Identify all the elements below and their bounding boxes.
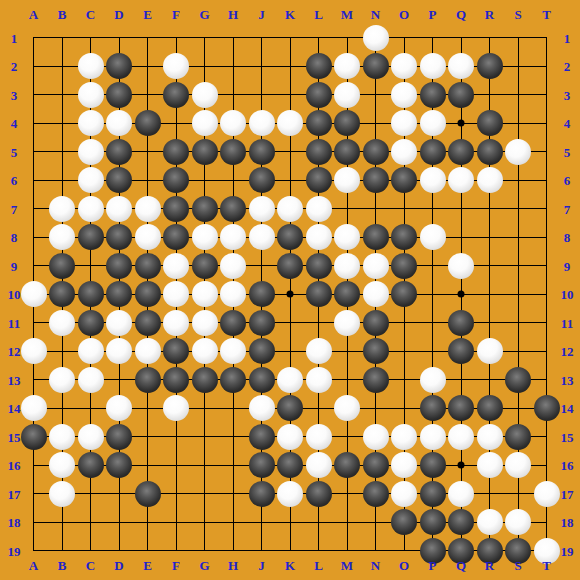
stone-black[interactable] (163, 367, 189, 393)
stone-black[interactable] (78, 452, 104, 478)
stone-black[interactable] (135, 481, 161, 507)
stone-black[interactable] (363, 224, 389, 250)
stone-white[interactable] (334, 82, 360, 108)
coord-label-bottom: S (514, 559, 521, 572)
coord-label-left: 5 (11, 145, 18, 158)
stone-white[interactable] (106, 395, 132, 421)
coord-label-left: 11 (8, 316, 20, 329)
stone-white[interactable] (192, 281, 218, 307)
coord-label-left: 15 (8, 430, 21, 443)
coord-label-top: C (86, 8, 95, 21)
coord-label-bottom: H (228, 559, 238, 572)
stone-white[interactable] (334, 310, 360, 336)
coord-label-right: 3 (564, 88, 571, 101)
stone-black[interactable] (391, 253, 417, 279)
coord-label-bottom: P (429, 559, 437, 572)
stone-white[interactable] (420, 110, 446, 136)
coord-label-bottom: N (371, 559, 380, 572)
stone-white[interactable] (220, 224, 246, 250)
go-board[interactable]: AABBCCDDEEFFGGHHJJKKLLMMNNOOPPQQRRSSTT11… (0, 0, 580, 580)
coord-label-bottom: J (258, 559, 265, 572)
stone-white[interactable] (505, 452, 531, 478)
coord-label-right: 19 (561, 544, 574, 557)
stone-black[interactable] (163, 224, 189, 250)
stone-black[interactable] (448, 82, 474, 108)
stone-black[interactable] (448, 509, 474, 535)
stone-white[interactable] (163, 395, 189, 421)
grid-line (546, 37, 547, 551)
coord-label-right: 7 (564, 202, 571, 215)
stone-white[interactable] (448, 424, 474, 450)
stone-white[interactable] (192, 110, 218, 136)
stone-black[interactable] (534, 395, 560, 421)
coord-label-top: R (485, 8, 494, 21)
coord-label-top: O (399, 8, 409, 21)
stone-black[interactable] (78, 310, 104, 336)
stone-white[interactable] (192, 82, 218, 108)
stone-black[interactable] (306, 481, 332, 507)
coord-label-left: 8 (11, 231, 18, 244)
stone-white[interactable] (448, 481, 474, 507)
hoshi-dot (287, 291, 294, 298)
stone-black[interactable] (391, 281, 417, 307)
stone-black[interactable] (220, 367, 246, 393)
stone-black[interactable] (420, 82, 446, 108)
stone-white[interactable] (220, 253, 246, 279)
coord-label-right: 13 (561, 373, 574, 386)
stone-black[interactable] (363, 481, 389, 507)
stone-white[interactable] (306, 196, 332, 222)
stone-white[interactable] (391, 139, 417, 165)
stone-white[interactable] (78, 338, 104, 364)
stone-white[interactable] (21, 338, 47, 364)
stone-white[interactable] (220, 110, 246, 136)
stone-black[interactable] (363, 367, 389, 393)
stone-white[interactable] (334, 224, 360, 250)
coord-label-bottom: F (172, 559, 180, 572)
stone-white[interactable] (220, 338, 246, 364)
stone-black[interactable] (163, 196, 189, 222)
stone-white[interactable] (420, 167, 446, 193)
coord-label-bottom: O (399, 559, 409, 572)
coord-label-left: 3 (11, 88, 18, 101)
stone-white[interactable] (249, 224, 275, 250)
stone-white[interactable] (391, 110, 417, 136)
stone-white[interactable] (334, 253, 360, 279)
coord-label-bottom: E (143, 559, 152, 572)
coord-label-bottom: D (114, 559, 123, 572)
stone-white[interactable] (391, 82, 417, 108)
stone-black[interactable] (163, 167, 189, 193)
stone-black[interactable] (306, 53, 332, 79)
stone-white[interactable] (334, 53, 360, 79)
stone-black[interactable] (49, 253, 75, 279)
coord-label-bottom: Q (456, 559, 466, 572)
stone-black[interactable] (106, 53, 132, 79)
stone-black[interactable] (477, 395, 503, 421)
stone-black[interactable] (106, 424, 132, 450)
coord-label-bottom: G (199, 559, 209, 572)
stone-black[interactable] (135, 253, 161, 279)
coord-label-left: 12 (8, 345, 21, 358)
stone-black[interactable] (448, 310, 474, 336)
stone-white[interactable] (306, 424, 332, 450)
stone-black[interactable] (306, 139, 332, 165)
coord-label-bottom: B (58, 559, 67, 572)
coord-label-right: 9 (564, 259, 571, 272)
stone-white[interactable] (477, 167, 503, 193)
coord-label-top: F (172, 8, 180, 21)
stone-white[interactable] (49, 481, 75, 507)
stone-black[interactable] (192, 196, 218, 222)
stone-black[interactable] (135, 281, 161, 307)
coord-label-left: 2 (11, 60, 18, 73)
stone-black[interactable] (220, 310, 246, 336)
coord-label-right: 6 (564, 174, 571, 187)
stone-white[interactable] (420, 424, 446, 450)
coord-label-right: 8 (564, 231, 571, 244)
stone-black[interactable] (334, 139, 360, 165)
stone-white[interactable] (391, 424, 417, 450)
coord-label-top: P (429, 8, 437, 21)
stone-white[interactable] (477, 509, 503, 535)
stone-white[interactable] (334, 167, 360, 193)
stone-white[interactable] (477, 338, 503, 364)
coord-label-bottom: T (542, 559, 551, 572)
stone-white[interactable] (192, 310, 218, 336)
stone-white[interactable] (78, 424, 104, 450)
stone-white[interactable] (277, 481, 303, 507)
stone-black[interactable] (220, 196, 246, 222)
stone-black[interactable] (363, 139, 389, 165)
coord-label-left: 14 (8, 402, 21, 415)
stone-black[interactable] (135, 367, 161, 393)
coord-label-top: S (514, 8, 521, 21)
coord-label-right: 1 (564, 31, 571, 44)
stone-black[interactable] (249, 367, 275, 393)
stone-white[interactable] (49, 310, 75, 336)
stone-white[interactable] (277, 196, 303, 222)
stone-white[interactable] (505, 509, 531, 535)
coord-label-bottom: C (86, 559, 95, 572)
stone-black[interactable] (192, 253, 218, 279)
stone-black[interactable] (249, 167, 275, 193)
stone-black[interactable] (477, 110, 503, 136)
stone-white[interactable] (192, 224, 218, 250)
stone-white[interactable] (391, 53, 417, 79)
coord-label-bottom: L (314, 559, 323, 572)
coord-label-top: K (285, 8, 295, 21)
coord-label-right: 4 (564, 117, 571, 130)
stone-white[interactable] (49, 452, 75, 478)
stone-white[interactable] (534, 481, 560, 507)
stone-black[interactable] (505, 424, 531, 450)
coord-label-right: 5 (564, 145, 571, 158)
stone-black[interactable] (249, 481, 275, 507)
coord-label-right: 16 (561, 459, 574, 472)
stone-black[interactable] (391, 509, 417, 535)
stone-black[interactable] (363, 452, 389, 478)
stone-black[interactable] (391, 167, 417, 193)
stone-black[interactable] (78, 224, 104, 250)
stone-black[interactable] (106, 224, 132, 250)
stone-white[interactable] (249, 196, 275, 222)
stone-black[interactable] (135, 110, 161, 136)
stone-black[interactable] (306, 110, 332, 136)
stone-white[interactable] (49, 224, 75, 250)
stone-black[interactable] (334, 281, 360, 307)
coord-label-bottom: R (485, 559, 494, 572)
stone-black[interactable] (477, 53, 503, 79)
stone-white[interactable] (448, 53, 474, 79)
coord-label-top: H (228, 8, 238, 21)
stone-white[interactable] (306, 367, 332, 393)
coord-label-left: 18 (8, 516, 21, 529)
stone-black[interactable] (163, 338, 189, 364)
coord-label-top: T (542, 8, 551, 21)
stone-black[interactable] (106, 82, 132, 108)
stone-black[interactable] (106, 253, 132, 279)
stone-white[interactable] (420, 224, 446, 250)
coord-label-top: L (314, 8, 323, 21)
stone-white[interactable] (49, 196, 75, 222)
stone-black[interactable] (78, 281, 104, 307)
stone-white[interactable] (78, 53, 104, 79)
stone-white[interactable] (249, 110, 275, 136)
stone-black[interactable] (49, 281, 75, 307)
stone-white[interactable] (277, 424, 303, 450)
stone-white[interactable] (420, 53, 446, 79)
stone-white[interactable] (249, 395, 275, 421)
stone-black[interactable] (306, 167, 332, 193)
stone-white[interactable] (163, 253, 189, 279)
stone-white[interactable] (306, 224, 332, 250)
stone-black[interactable] (277, 395, 303, 421)
stone-white[interactable] (277, 110, 303, 136)
coord-label-right: 18 (561, 516, 574, 529)
stone-black[interactable] (249, 310, 275, 336)
coord-label-top: M (341, 8, 353, 21)
stone-white[interactable] (21, 395, 47, 421)
stone-black[interactable] (363, 167, 389, 193)
stone-white[interactable] (306, 338, 332, 364)
coord-label-top: B (58, 8, 67, 21)
stone-black[interactable] (420, 509, 446, 535)
stone-white[interactable] (135, 338, 161, 364)
coord-label-bottom: M (341, 559, 353, 572)
coord-label-right: 15 (561, 430, 574, 443)
stone-black[interactable] (420, 395, 446, 421)
coord-label-left: 6 (11, 174, 18, 187)
stone-white[interactable] (106, 338, 132, 364)
hoshi-dot (458, 291, 465, 298)
stone-black[interactable] (249, 452, 275, 478)
coord-label-top: G (199, 8, 209, 21)
coord-label-left: 7 (11, 202, 18, 215)
stone-black[interactable] (277, 224, 303, 250)
stone-black[interactable] (249, 424, 275, 450)
coord-label-right: 14 (561, 402, 574, 415)
stone-white[interactable] (78, 110, 104, 136)
coord-label-top: D (114, 8, 123, 21)
coord-label-left: 17 (8, 487, 21, 500)
stone-black[interactable] (106, 167, 132, 193)
stone-black[interactable] (106, 139, 132, 165)
coord-label-left: 19 (8, 544, 21, 557)
stone-black[interactable] (363, 53, 389, 79)
stone-white[interactable] (78, 196, 104, 222)
stone-white[interactable] (363, 424, 389, 450)
stone-black[interactable] (192, 367, 218, 393)
coord-label-left: 16 (8, 459, 21, 472)
stone-black[interactable] (192, 139, 218, 165)
coord-label-left: 10 (8, 288, 21, 301)
stone-white[interactable] (78, 139, 104, 165)
stone-white[interactable] (78, 367, 104, 393)
coord-label-right: 11 (561, 316, 573, 329)
coord-label-top: E (143, 8, 152, 21)
stone-black[interactable] (306, 281, 332, 307)
stone-black[interactable] (334, 110, 360, 136)
coord-label-top: J (258, 8, 265, 21)
coord-label-left: 13 (8, 373, 21, 386)
stone-white[interactable] (106, 310, 132, 336)
stone-white[interactable] (78, 167, 104, 193)
stone-black[interactable] (306, 82, 332, 108)
stone-black[interactable] (135, 310, 161, 336)
stone-white[interactable] (106, 196, 132, 222)
stone-white[interactable] (49, 424, 75, 450)
stone-white[interactable] (391, 481, 417, 507)
coord-label-right: 10 (561, 288, 574, 301)
stone-white[interactable] (505, 139, 531, 165)
stone-black[interactable] (505, 367, 531, 393)
stone-white[interactable] (391, 452, 417, 478)
coord-label-left: 4 (11, 117, 18, 130)
stone-white[interactable] (477, 424, 503, 450)
stone-black[interactable] (163, 82, 189, 108)
coord-label-right: 12 (561, 345, 574, 358)
stone-black[interactable] (106, 281, 132, 307)
stone-white[interactable] (192, 338, 218, 364)
coord-label-top: N (371, 8, 380, 21)
stone-black[interactable] (306, 253, 332, 279)
coord-label-top: A (29, 8, 38, 21)
stone-black[interactable] (448, 139, 474, 165)
stone-black[interactable] (334, 452, 360, 478)
stone-white[interactable] (448, 253, 474, 279)
stone-black[interactable] (163, 139, 189, 165)
stone-black[interactable] (249, 139, 275, 165)
coord-label-left: 1 (11, 31, 18, 44)
stone-black[interactable] (106, 452, 132, 478)
stone-black[interactable] (21, 424, 47, 450)
coord-label-right: 17 (561, 487, 574, 500)
stone-white[interactable] (135, 224, 161, 250)
stone-white[interactable] (106, 110, 132, 136)
stone-white[interactable] (163, 53, 189, 79)
stone-black[interactable] (363, 338, 389, 364)
stone-black[interactable] (448, 395, 474, 421)
stone-white[interactable] (477, 452, 503, 478)
stone-white[interactable] (21, 281, 47, 307)
stone-white[interactable] (363, 25, 389, 51)
coord-label-bottom: K (285, 559, 295, 572)
stone-black[interactable] (220, 139, 246, 165)
stone-white[interactable] (420, 367, 446, 393)
stone-black[interactable] (277, 253, 303, 279)
stone-white[interactable] (49, 367, 75, 393)
stone-black[interactable] (363, 310, 389, 336)
stone-black[interactable] (249, 338, 275, 364)
stone-white[interactable] (277, 367, 303, 393)
stone-black[interactable] (391, 224, 417, 250)
coord-label-bottom: A (29, 559, 38, 572)
stone-black[interactable] (420, 139, 446, 165)
stone-black[interactable] (448, 338, 474, 364)
stone-black[interactable] (420, 481, 446, 507)
stone-white[interactable] (163, 310, 189, 336)
coord-label-left: 9 (11, 259, 18, 272)
stone-white[interactable] (363, 253, 389, 279)
stone-white[interactable] (363, 281, 389, 307)
coord-label-right: 2 (564, 60, 571, 73)
coord-label-top: Q (456, 8, 466, 21)
stone-black[interactable] (477, 139, 503, 165)
stone-white[interactable] (448, 167, 474, 193)
stone-black[interactable] (420, 452, 446, 478)
stone-white[interactable] (135, 196, 161, 222)
stone-black[interactable] (277, 452, 303, 478)
hoshi-dot (458, 120, 465, 127)
stone-black[interactable] (249, 281, 275, 307)
stone-white[interactable] (163, 281, 189, 307)
stone-white[interactable] (220, 281, 246, 307)
hoshi-dot (458, 462, 465, 469)
stone-white[interactable] (306, 452, 332, 478)
stone-white[interactable] (78, 82, 104, 108)
stone-white[interactable] (334, 395, 360, 421)
